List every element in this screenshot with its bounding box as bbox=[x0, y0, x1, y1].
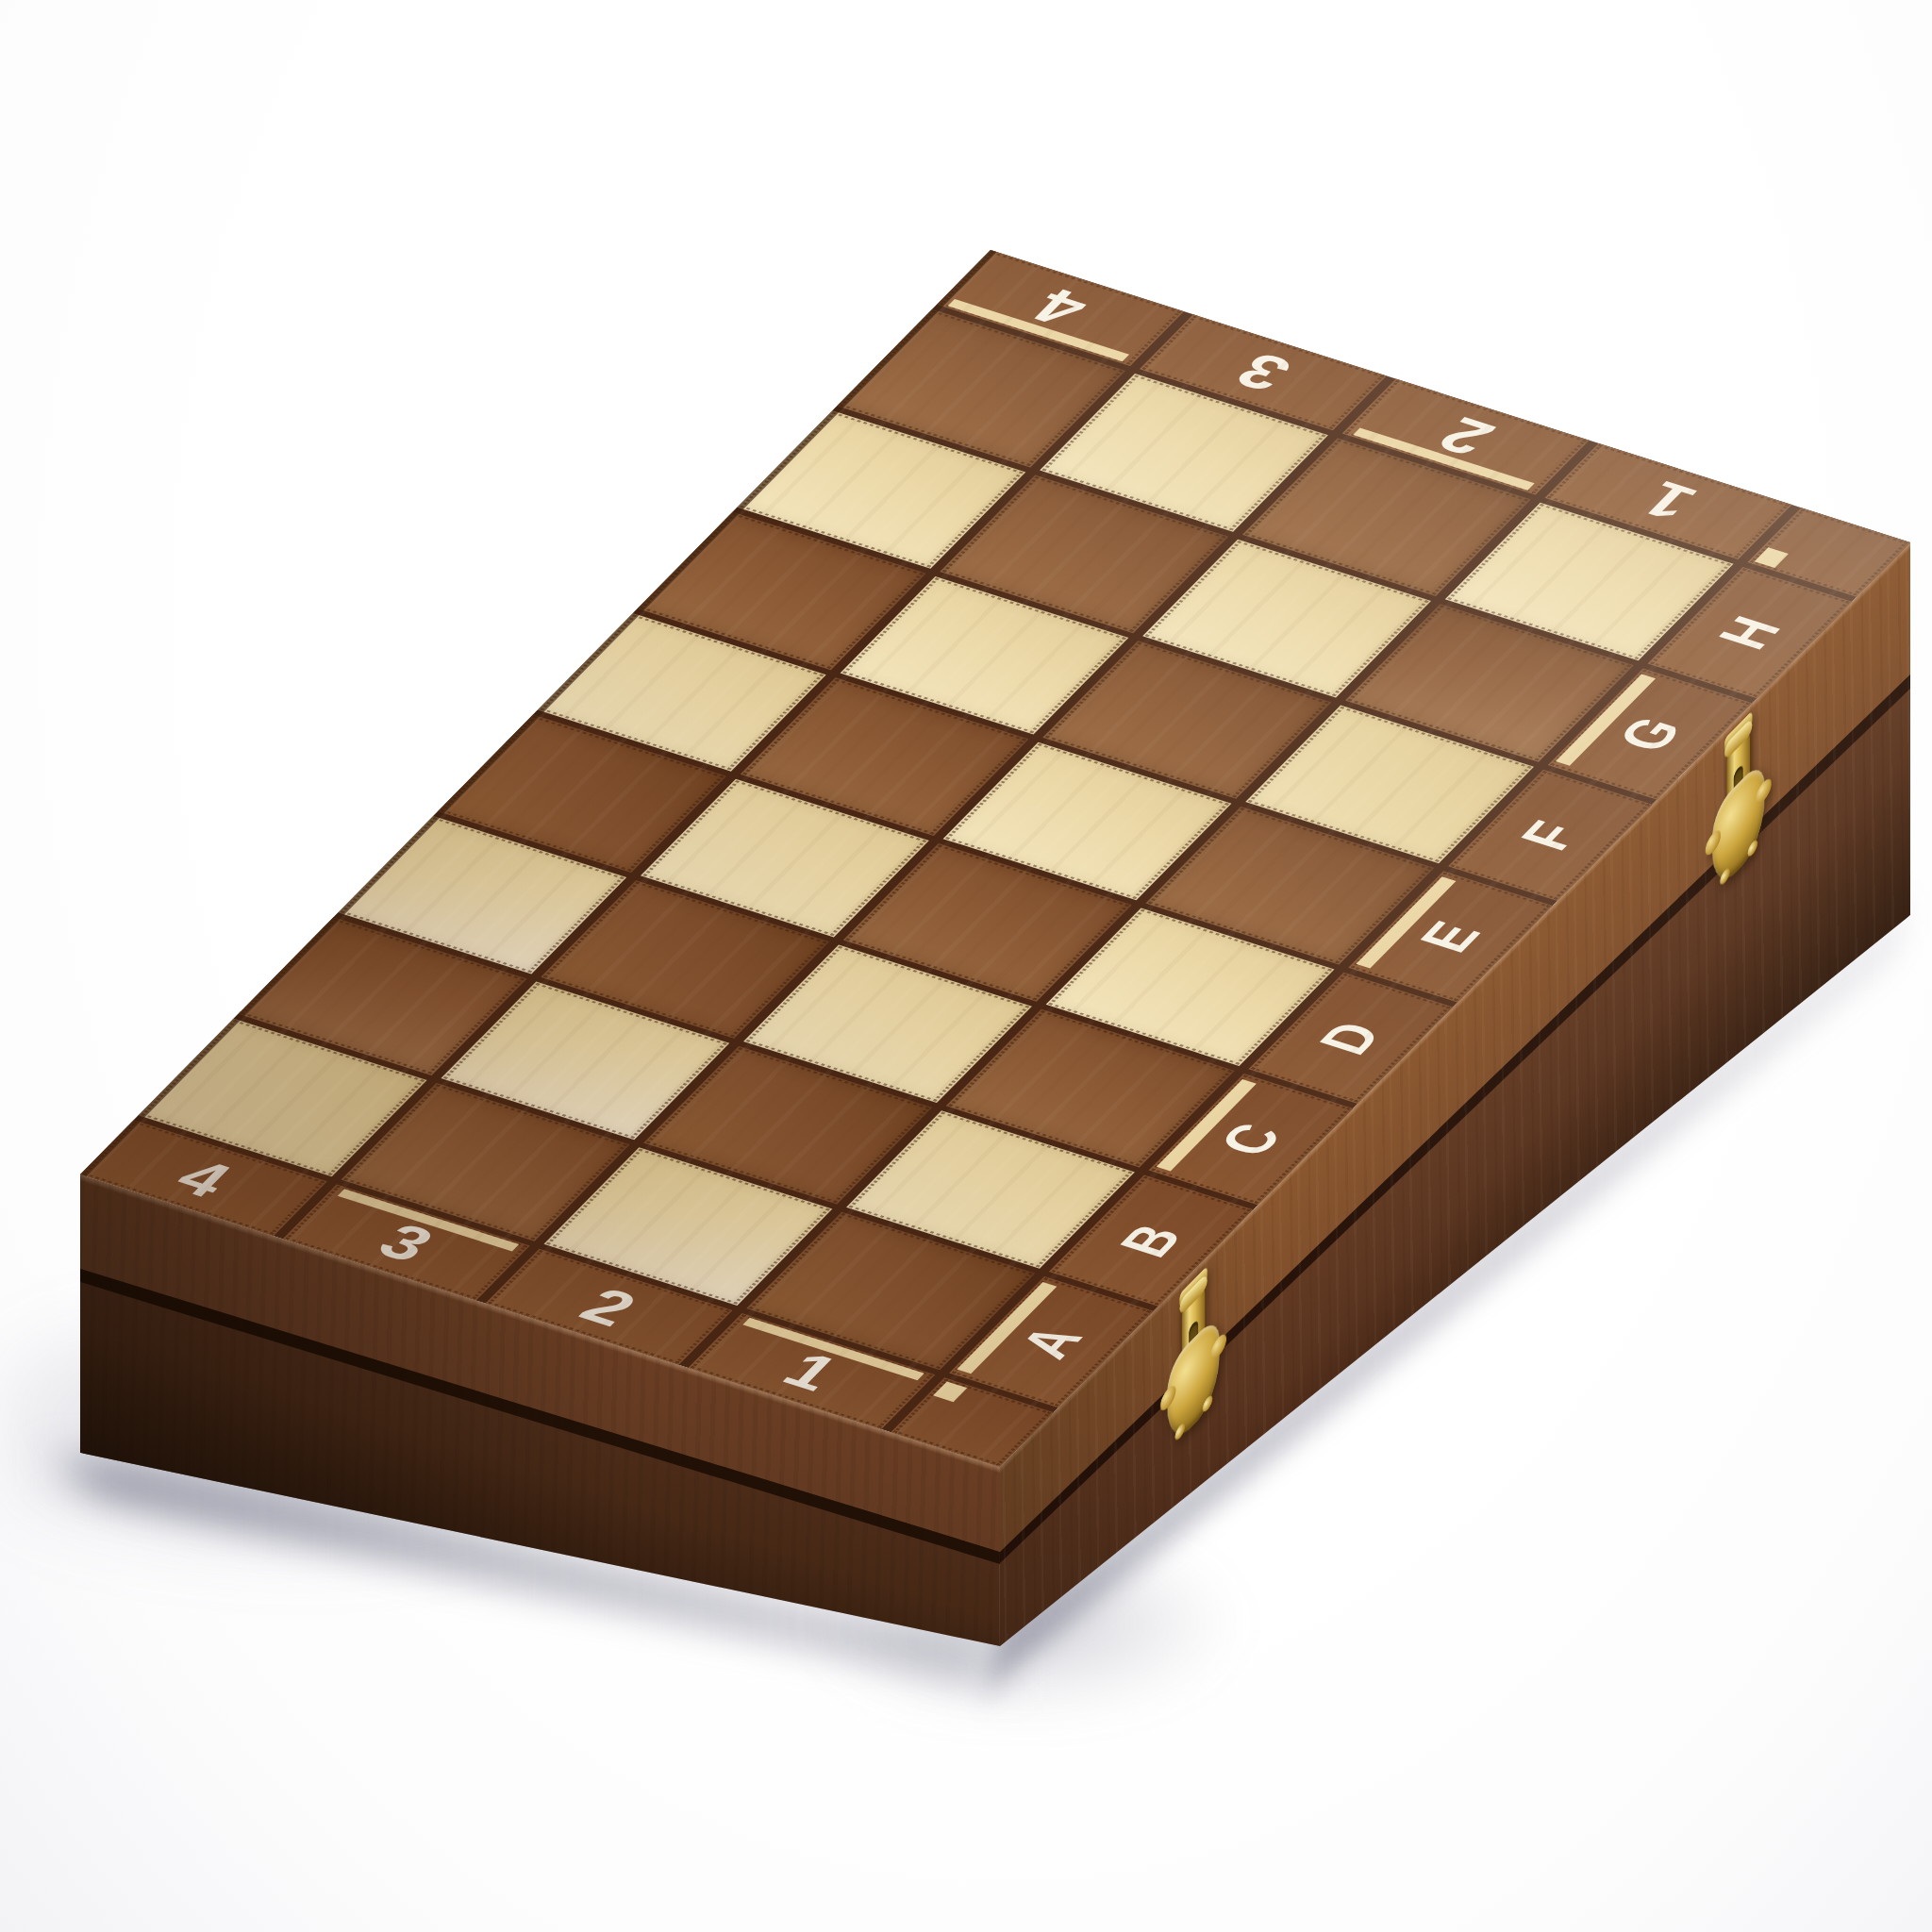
coordinate-label: B bbox=[1109, 1219, 1193, 1263]
coordinate-label: C bbox=[1208, 1117, 1292, 1161]
coordinate-label: 3 bbox=[367, 1215, 445, 1269]
coordinate-label: 1 bbox=[1629, 475, 1707, 528]
coordinate-label: 4 bbox=[1022, 281, 1100, 335]
coordinate-label: G bbox=[1607, 711, 1693, 758]
coordinate-label: 1 bbox=[773, 1344, 851, 1398]
coordinate-label: 4 bbox=[165, 1151, 243, 1205]
coordinate-label: 2 bbox=[1426, 410, 1505, 464]
coordinate-label: A bbox=[1009, 1320, 1093, 1364]
coordinate-label: H bbox=[1707, 610, 1791, 655]
coordinate-label: E bbox=[1409, 916, 1491, 958]
coordinate-label: F bbox=[1510, 815, 1591, 856]
product-photo-scene: 44332211ABCDEFGH bbox=[0, 0, 1932, 1932]
coordinate-label: D bbox=[1308, 1016, 1392, 1060]
coordinate-label: 3 bbox=[1224, 345, 1303, 399]
coordinate-label: 2 bbox=[570, 1280, 648, 1334]
